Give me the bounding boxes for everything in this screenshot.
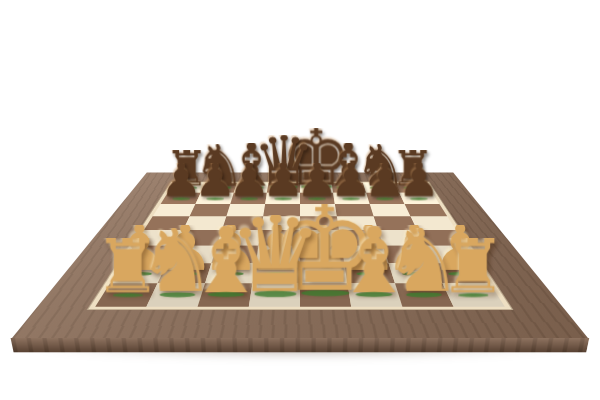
square-h1: ♜ (442, 283, 504, 306)
board-grid: ♜♞♝♛♚♝♞♜♟♟♟♟♟♟♟♟♟♟♟♟♟♟♟♟♜♞♝♛♚♝♞♜ (95, 183, 505, 307)
scene: ♜♞♝♛♚♝♞♜♟♟♟♟♟♟♟♟♟♟♟♟♟♟♟♟♜♞♝♛♚♝♞♜ (0, 0, 600, 400)
board-frame: ♜♞♝♛♚♝♞♜♟♟♟♟♟♟♟♟♟♟♟♟♟♟♟♟♜♞♝♛♚♝♞♜ (86, 182, 513, 310)
square-h7: ♟ (399, 193, 439, 204)
board-front-edge (11, 338, 590, 353)
chess-board: ♜♞♝♛♚♝♞♜♟♟♟♟♟♟♟♟♟♟♟♟♟♟♟♟♜♞♝♛♚♝♞♜ (12, 173, 588, 338)
piece-white-rook-h1: ♜ (372, 237, 573, 294)
chess-set-photo: ♜♞♝♛♚♝♞♜♟♟♟♟♟♟♟♟♟♟♟♟♟♟♟♟♜♞♝♛♚♝♞♜ (0, 0, 600, 400)
